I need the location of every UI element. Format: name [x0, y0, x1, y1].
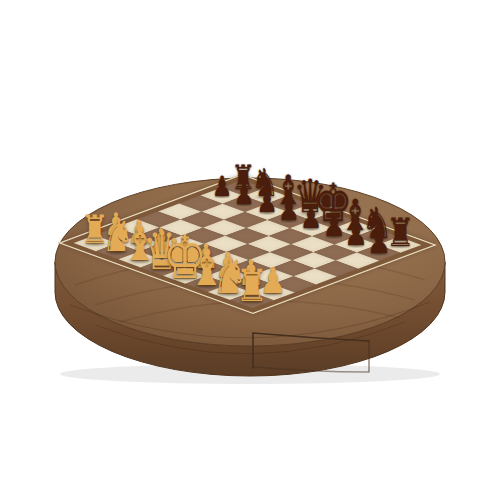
piece-black-pawn[interactable]: ♟: [300, 203, 323, 234]
piece-black-pawn[interactable]: ♟: [234, 180, 255, 209]
piece-white-rook[interactable]: ♜: [236, 264, 269, 308]
piece-black-pawn[interactable]: ♟: [256, 188, 278, 217]
piece-black-pawn[interactable]: ♟: [367, 226, 391, 259]
piece-black-pawn[interactable]: ♟: [212, 173, 233, 201]
piece-black-pawn[interactable]: ♟: [344, 218, 367, 250]
product-photo: ♜♞♝♛♚♝♞♜♟♟♟♟♟♟♟♟♟♟♟♟♟♟♟♟♜♞♝♛♚♝♞♜: [0, 0, 500, 500]
piece-black-pawn[interactable]: ♟: [322, 211, 345, 242]
piece-black-pawn[interactable]: ♟: [278, 196, 300, 226]
